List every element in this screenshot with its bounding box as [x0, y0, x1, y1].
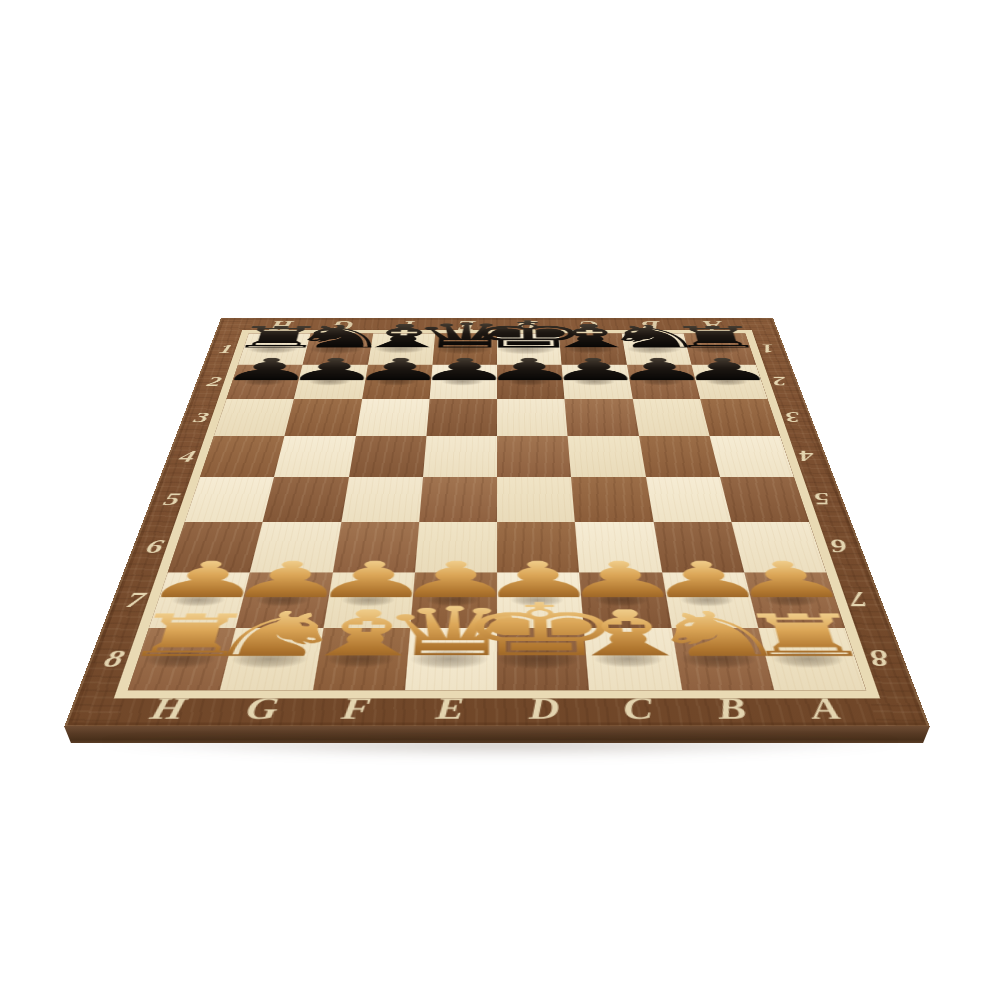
black-pawn-a2[interactable]: ♟ — [675, 358, 776, 381]
squares-grid — [128, 333, 866, 690]
square-d5[interactable] — [497, 477, 575, 522]
square-a4[interactable] — [709, 436, 794, 477]
square-b5[interactable] — [646, 477, 732, 522]
square-b4[interactable] — [639, 436, 720, 477]
square-d6[interactable] — [497, 522, 579, 572]
square-e8[interactable] — [405, 628, 497, 690]
chess-set-photo: HGFEDCBAHGFEDCBA1234567812345678 ♜♞♝♛♚♝♞… — [0, 0, 1000, 1000]
square-d3[interactable] — [497, 399, 568, 436]
rank-label-right-5: 5 — [811, 490, 833, 508]
square-a5[interactable] — [720, 477, 810, 522]
square-e3[interactable] — [426, 399, 497, 436]
square-h3[interactable] — [214, 399, 294, 436]
board-perspective-scene: HGFEDCBAHGFEDCBA1234567812345678 ♜♞♝♛♚♝♞… — [160, 140, 834, 814]
rank-label-right-8: 8 — [866, 646, 893, 671]
black-knight-g1[interactable]: ♞ — [286, 324, 394, 348]
square-e7[interactable] — [410, 572, 497, 628]
square-c4[interactable] — [568, 436, 646, 477]
square-a3[interactable] — [700, 399, 780, 436]
rank-label-left-5: 5 — [161, 490, 183, 508]
square-e5[interactable] — [419, 477, 497, 522]
square-h5[interactable] — [185, 477, 275, 522]
square-c5[interactable] — [571, 477, 653, 522]
rank-label-right-4: 4 — [796, 448, 817, 465]
rank-label-right-3: 3 — [783, 410, 802, 425]
square-b8[interactable] — [671, 628, 774, 690]
square-g3[interactable] — [285, 399, 362, 436]
rank-label-right-6: 6 — [827, 536, 850, 556]
square-h4[interactable] — [200, 436, 285, 477]
square-c8[interactable] — [584, 628, 682, 690]
square-g7[interactable] — [236, 572, 332, 628]
chess-board: HGFEDCBAHGFEDCBA1234567812345678 ♜♞♝♛♚♝♞… — [64, 318, 930, 728]
square-c7[interactable] — [579, 572, 671, 628]
square-e4[interactable] — [423, 436, 497, 477]
square-b6[interactable] — [653, 522, 744, 572]
square-c3[interactable] — [565, 399, 639, 436]
square-f3[interactable] — [355, 399, 429, 436]
square-e6[interactable] — [415, 522, 497, 572]
square-b3[interactable] — [632, 399, 709, 436]
square-b7[interactable] — [662, 572, 758, 628]
rank-label-left-4: 4 — [177, 448, 198, 465]
square-f4[interactable] — [349, 436, 427, 477]
rank-label-right-7: 7 — [846, 588, 871, 610]
black-king-d1[interactable]: ♚ — [467, 320, 589, 348]
rank-label-left-3: 3 — [192, 410, 211, 425]
square-d7[interactable] — [497, 572, 584, 628]
board-floor-shadow — [88, 739, 912, 759]
square-f5[interactable] — [341, 477, 423, 522]
square-f8[interactable] — [312, 628, 410, 690]
square-d8[interactable] — [497, 628, 589, 690]
square-d4[interactable] — [497, 436, 571, 477]
black-knight-b1[interactable]: ♞ — [600, 324, 708, 348]
square-f7[interactable] — [323, 572, 415, 628]
square-h6[interactable] — [168, 522, 263, 572]
square-a6[interactable] — [731, 522, 826, 572]
square-g8[interactable] — [220, 628, 323, 690]
square-f6[interactable] — [332, 522, 419, 572]
square-g5[interactable] — [263, 477, 349, 522]
square-c6[interactable] — [575, 522, 662, 572]
square-g4[interactable] — [274, 436, 355, 477]
square-g6[interactable] — [250, 522, 341, 572]
square-h7[interactable] — [149, 572, 250, 628]
